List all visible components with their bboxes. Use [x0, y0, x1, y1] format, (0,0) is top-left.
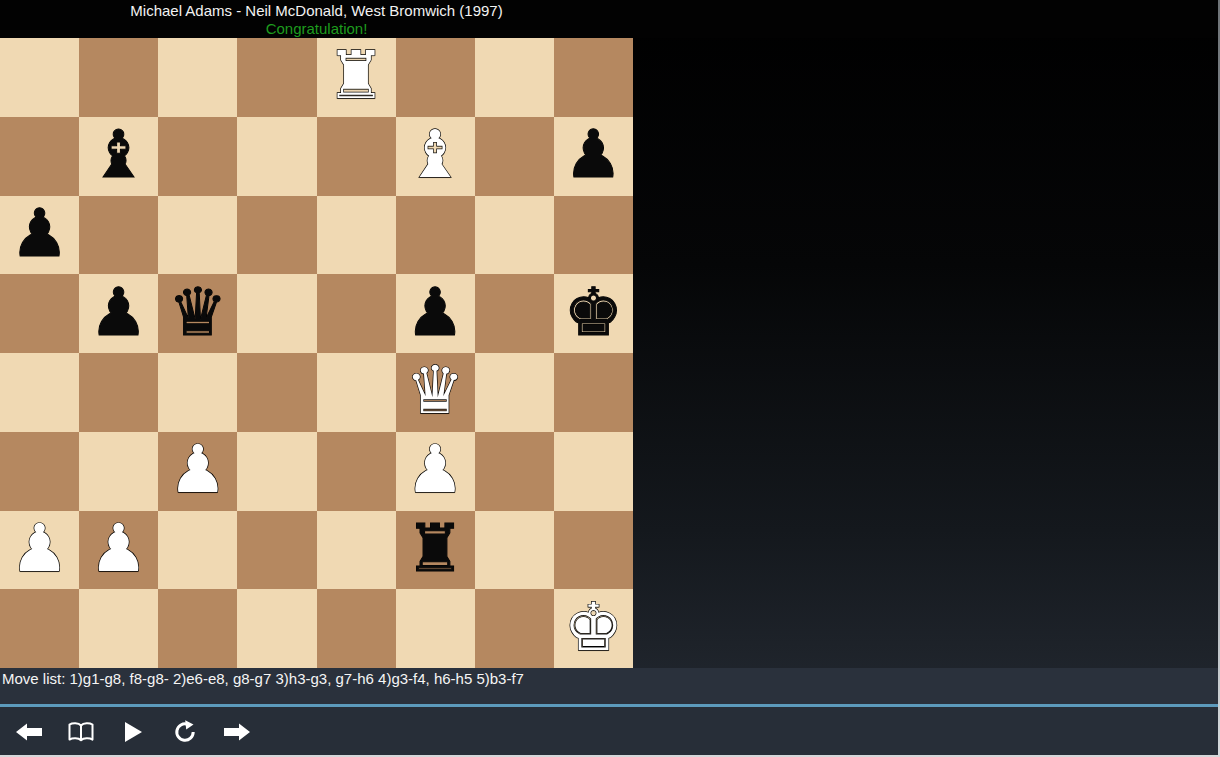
forward-arrow-icon	[223, 722, 251, 742]
square-c5[interactable]: ♛	[158, 274, 237, 353]
game-title: Michael Adams - Neil McDonald, West Brom…	[0, 0, 633, 20]
square-a1[interactable]	[0, 589, 79, 668]
square-g3[interactable]	[475, 432, 554, 511]
square-g2[interactable]	[475, 511, 554, 590]
square-g1[interactable]	[475, 589, 554, 668]
white-pawn[interactable]: ♟	[406, 436, 465, 502]
square-e1[interactable]	[317, 589, 396, 668]
square-e6[interactable]	[317, 196, 396, 275]
square-c6[interactable]	[158, 196, 237, 275]
header: Michael Adams - Neil McDonald, West Brom…	[0, 0, 1220, 38]
square-g4[interactable]	[475, 353, 554, 432]
square-b8[interactable]	[79, 38, 158, 117]
square-h3[interactable]	[554, 432, 633, 511]
square-a6[interactable]: ♟	[0, 196, 79, 275]
square-g5[interactable]	[475, 274, 554, 353]
white-rook[interactable]: ♜	[326, 42, 385, 108]
white-pawn[interactable]: ♟	[10, 515, 69, 581]
square-d5[interactable]	[237, 274, 316, 353]
square-d8[interactable]	[237, 38, 316, 117]
square-g8[interactable]	[475, 38, 554, 117]
play-icon	[123, 721, 143, 743]
square-f6[interactable]	[396, 196, 475, 275]
square-f1[interactable]	[396, 589, 475, 668]
square-c3[interactable]: ♟	[158, 432, 237, 511]
square-f4[interactable]: ♛	[396, 353, 475, 432]
square-e4[interactable]	[317, 353, 396, 432]
chess-board: ♜♝♝♟♟♟♛♟♚♛♟♟♟♟♜♚	[0, 38, 633, 668]
square-h1[interactable]: ♚	[554, 589, 633, 668]
refresh-icon	[173, 720, 197, 744]
black-bishop[interactable]: ♝	[89, 121, 148, 187]
play-button[interactable]	[118, 717, 148, 747]
square-h2[interactable]	[554, 511, 633, 590]
square-d6[interactable]	[237, 196, 316, 275]
black-king[interactable]: ♚	[564, 279, 623, 345]
back-arrow-icon	[15, 722, 43, 742]
square-a8[interactable]	[0, 38, 79, 117]
square-d7[interactable]	[237, 117, 316, 196]
square-f5[interactable]: ♟	[396, 274, 475, 353]
square-g6[interactable]	[475, 196, 554, 275]
square-b6[interactable]	[79, 196, 158, 275]
square-c8[interactable]	[158, 38, 237, 117]
square-b4[interactable]	[79, 353, 158, 432]
square-h5[interactable]: ♚	[554, 274, 633, 353]
square-b2[interactable]: ♟	[79, 511, 158, 590]
black-queen[interactable]: ♛	[168, 279, 227, 345]
square-a2[interactable]: ♟	[0, 511, 79, 590]
square-c1[interactable]	[158, 589, 237, 668]
square-a4[interactable]	[0, 353, 79, 432]
book-icon	[67, 721, 95, 743]
black-pawn[interactable]: ♟	[564, 121, 623, 187]
move-list-bar: Move list: 1)g1-g8, f8-g8- 2)e6-e8, g8-g…	[0, 668, 1220, 704]
forward-button[interactable]	[222, 717, 252, 747]
square-e7[interactable]	[317, 117, 396, 196]
square-e2[interactable]	[317, 511, 396, 590]
square-e5[interactable]	[317, 274, 396, 353]
square-d1[interactable]	[237, 589, 316, 668]
square-a3[interactable]	[0, 432, 79, 511]
black-rook[interactable]: ♜	[406, 515, 465, 581]
square-h7[interactable]: ♟	[554, 117, 633, 196]
black-pawn[interactable]: ♟	[89, 279, 148, 345]
square-b3[interactable]	[79, 432, 158, 511]
status-message: Congratulation!	[0, 20, 633, 38]
white-pawn[interactable]: ♟	[89, 515, 148, 581]
square-h4[interactable]	[554, 353, 633, 432]
square-h6[interactable]	[554, 196, 633, 275]
square-b5[interactable]: ♟	[79, 274, 158, 353]
square-a7[interactable]	[0, 117, 79, 196]
square-f8[interactable]	[396, 38, 475, 117]
square-f3[interactable]: ♟	[396, 432, 475, 511]
refresh-button[interactable]	[170, 717, 200, 747]
white-king[interactable]: ♚	[564, 594, 623, 660]
white-bishop[interactable]: ♝	[406, 121, 465, 187]
square-e8[interactable]: ♜	[317, 38, 396, 117]
back-button[interactable]	[14, 717, 44, 747]
square-c4[interactable]	[158, 353, 237, 432]
book-button[interactable]	[66, 717, 96, 747]
square-f7[interactable]: ♝	[396, 117, 475, 196]
square-d2[interactable]	[237, 511, 316, 590]
white-queen[interactable]: ♛	[406, 357, 465, 423]
move-list-text: Move list: 1)g1-g8, f8-g8- 2)e6-e8, g8-g…	[2, 670, 1218, 688]
square-d3[interactable]	[237, 432, 316, 511]
square-b1[interactable]	[79, 589, 158, 668]
square-e3[interactable]	[317, 432, 396, 511]
square-h8[interactable]	[554, 38, 633, 117]
white-pawn[interactable]: ♟	[168, 436, 227, 502]
square-b7[interactable]: ♝	[79, 117, 158, 196]
toolbar	[0, 707, 1220, 757]
black-pawn[interactable]: ♟	[10, 200, 69, 266]
square-g7[interactable]	[475, 117, 554, 196]
square-d4[interactable]	[237, 353, 316, 432]
square-a5[interactable]	[0, 274, 79, 353]
square-c7[interactable]	[158, 117, 237, 196]
square-c2[interactable]	[158, 511, 237, 590]
square-f2[interactable]: ♜	[396, 511, 475, 590]
black-pawn[interactable]: ♟	[406, 279, 465, 345]
